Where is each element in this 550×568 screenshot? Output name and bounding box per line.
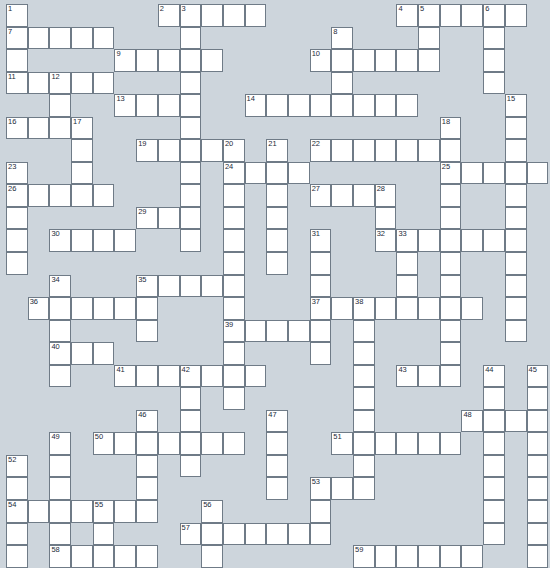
cell-r10c0[interactable] (6, 229, 28, 252)
cell-r0c7[interactable]: 2 (158, 4, 180, 27)
cell-r12c20[interactable] (440, 275, 462, 298)
cell-r6c7[interactable] (158, 139, 180, 162)
cell-r13c5[interactable] (114, 297, 136, 320)
cell-r15c4[interactable] (93, 342, 115, 365)
cell-r10c3[interactable] (71, 229, 93, 252)
cell-r8c17[interactable]: 28 (375, 184, 397, 207)
cell-r3c15[interactable] (331, 72, 353, 95)
cell-r6c9[interactable] (201, 139, 223, 162)
cell-r13c21[interactable] (461, 297, 483, 320)
cell-r8c23[interactable] (505, 184, 527, 207)
cell-r21c15[interactable] (331, 477, 353, 500)
cell-r21c0[interactable] (6, 477, 28, 500)
cell-r23c2[interactable] (49, 523, 71, 546)
cell-r9c7[interactable] (158, 207, 180, 230)
cell-r15c20[interactable] (440, 342, 462, 365)
block-r17c18 (396, 387, 418, 410)
cell-r19c24[interactable] (527, 432, 549, 455)
cell-r8c2[interactable] (49, 184, 71, 207)
cell-r11c10[interactable] (223, 252, 245, 275)
cell-r11c23[interactable] (505, 252, 527, 275)
cell-r23c10[interactable] (223, 523, 245, 546)
cell-r8c15[interactable] (331, 184, 353, 207)
block-r17c15 (331, 387, 353, 410)
cell-r7c11[interactable] (245, 162, 267, 185)
cell-r5c0[interactable]: 16 (6, 117, 28, 140)
cell-r8c3[interactable] (71, 184, 93, 207)
cell-r9c0[interactable] (6, 207, 28, 230)
cell-r7c12[interactable] (266, 162, 288, 185)
cell-r21c22[interactable] (483, 477, 505, 500)
cell-r1c2[interactable] (49, 27, 71, 50)
cell-r20c22[interactable] (483, 455, 505, 478)
cell-r9c6[interactable]: 29 (136, 207, 158, 230)
cell-r24c9[interactable] (201, 545, 223, 568)
cell-r9c10[interactable] (223, 207, 245, 230)
cell-r16c20[interactable] (440, 365, 462, 388)
cell-r10c8[interactable] (180, 229, 202, 252)
cell-r8c20[interactable] (440, 184, 462, 207)
cell-r19c10[interactable] (223, 432, 245, 455)
cell-r7c23[interactable] (505, 162, 527, 185)
cell-r18c6[interactable]: 46 (136, 410, 158, 433)
cell-r20c6[interactable] (136, 455, 158, 478)
cell-r3c4[interactable] (93, 72, 115, 95)
cell-r8c0[interactable]: 26 (6, 184, 28, 207)
cell-r4c6[interactable] (136, 94, 158, 117)
cell-r11c14[interactable] (310, 252, 332, 275)
cell-r16c16[interactable] (353, 365, 375, 388)
cell-r6c16[interactable] (353, 139, 375, 162)
cell-r13c4[interactable] (93, 297, 115, 320)
cell-r3c0[interactable]: 11 (6, 72, 28, 95)
cell-r15c3[interactable] (71, 342, 93, 365)
cell-r6c18[interactable] (396, 139, 418, 162)
cell-r19c12[interactable] (266, 432, 288, 455)
cell-r10c17[interactable]: 32 (375, 229, 397, 252)
cell-r19c20[interactable] (440, 432, 462, 455)
cell-r13c23[interactable] (505, 297, 527, 320)
cell-r10c14[interactable]: 31 (310, 229, 332, 252)
cell-r24c18[interactable] (396, 545, 418, 568)
cell-r10c2[interactable]: 30 (49, 229, 71, 252)
cell-r9c8[interactable] (180, 207, 202, 230)
cell-r23c24[interactable] (527, 523, 549, 546)
cell-r24c6[interactable] (136, 545, 158, 568)
cell-r22c9[interactable]: 56 (201, 500, 223, 523)
cell-r5c1[interactable] (28, 117, 50, 140)
cell-r5c3[interactable]: 17 (71, 117, 93, 140)
block-r12c3 (71, 275, 93, 298)
cell-r24c19[interactable] (418, 545, 440, 568)
cell-r11c0[interactable] (6, 252, 28, 275)
cell-r23c22[interactable] (483, 523, 505, 546)
cell-r14c10[interactable]: 39 (223, 320, 245, 343)
cell-r23c0[interactable] (6, 523, 28, 546)
cell-r13c1[interactable]: 36 (28, 297, 50, 320)
cell-r7c21[interactable] (461, 162, 483, 185)
cell-r5c2[interactable] (49, 117, 71, 140)
cell-r19c19[interactable] (418, 432, 440, 455)
cell-r23c4[interactable] (93, 523, 115, 546)
cell-r8c12[interactable] (266, 184, 288, 207)
clue-number-47: 47 (268, 411, 276, 419)
cell-r16c18[interactable]: 43 (396, 365, 418, 388)
cell-r20c2[interactable] (49, 455, 71, 478)
cell-r10c22[interactable] (483, 229, 505, 252)
cell-r4c11[interactable]: 14 (245, 94, 267, 117)
cell-r14c23[interactable] (505, 320, 527, 343)
cell-r7c20[interactable]: 25 (440, 162, 462, 185)
cell-r4c23[interactable]: 15 (505, 94, 527, 117)
cell-r2c9[interactable] (201, 49, 223, 72)
cell-r0c11[interactable] (245, 4, 267, 27)
cell-r2c14[interactable]: 10 (310, 49, 332, 72)
cell-r14c2[interactable] (49, 320, 71, 343)
cell-r10c19[interactable] (418, 229, 440, 252)
cell-r4c13[interactable] (288, 94, 310, 117)
cell-r19c8[interactable] (180, 432, 202, 455)
cell-r22c5[interactable] (114, 500, 136, 523)
cell-r12c9[interactable] (201, 275, 223, 298)
cell-r18c22[interactable] (483, 410, 505, 433)
block-r24c14 (310, 545, 332, 568)
cell-r13c16[interactable]: 38 (353, 297, 375, 320)
cell-r6c3[interactable] (71, 139, 93, 162)
cell-r7c8[interactable] (180, 162, 202, 185)
cell-r13c6[interactable] (136, 297, 158, 320)
cell-r17c10[interactable] (223, 387, 245, 410)
cell-r1c0[interactable]: 7 (6, 27, 28, 50)
cell-r14c14[interactable] (310, 320, 332, 343)
cell-r4c8[interactable] (180, 94, 202, 117)
cell-r6c6[interactable]: 19 (136, 139, 158, 162)
cell-r1c1[interactable] (28, 27, 50, 50)
cell-r7c13[interactable] (288, 162, 310, 185)
cell-r19c2[interactable]: 49 (49, 432, 71, 455)
cell-r2c17[interactable] (375, 49, 397, 72)
cell-r14c6[interactable] (136, 320, 158, 343)
cell-r23c13[interactable] (288, 523, 310, 546)
block-r10c6 (136, 229, 158, 252)
cell-r19c15[interactable]: 51 (331, 432, 353, 455)
cell-r4c2[interactable] (49, 94, 71, 117)
cell-r18c16[interactable] (353, 410, 375, 433)
cell-r14c13[interactable] (288, 320, 310, 343)
cell-r19c4[interactable]: 50 (93, 432, 115, 455)
cell-r8c16[interactable] (353, 184, 375, 207)
cell-r6c10[interactable]: 20 (223, 139, 245, 162)
cell-r24c5[interactable] (114, 545, 136, 568)
cell-r19c5[interactable] (114, 432, 136, 455)
cell-r10c12[interactable] (266, 229, 288, 252)
cell-r22c22[interactable] (483, 500, 505, 523)
clue-number-51: 51 (333, 433, 341, 441)
cell-r2c15[interactable] (331, 49, 353, 72)
cell-r4c7[interactable] (158, 94, 180, 117)
cell-r15c14[interactable] (310, 342, 332, 365)
cell-r13c15[interactable] (331, 297, 353, 320)
cell-r17c8[interactable] (180, 387, 202, 410)
cell-r20c24[interactable] (527, 455, 549, 478)
cell-r21c6[interactable] (136, 477, 158, 500)
cell-r22c2[interactable] (49, 500, 71, 523)
cell-r13c20[interactable] (440, 297, 462, 320)
cell-r16c10[interactable] (223, 365, 245, 388)
block-r22c11 (245, 500, 267, 523)
cell-r12c6[interactable]: 35 (136, 275, 158, 298)
cell-r3c22[interactable] (483, 72, 505, 95)
cell-r10c18[interactable]: 33 (396, 229, 418, 252)
cell-r21c14[interactable]: 53 (310, 477, 332, 500)
cell-r18c12[interactable]: 47 (266, 410, 288, 433)
cell-r4c15[interactable] (331, 94, 353, 117)
cell-r9c20[interactable] (440, 207, 462, 230)
cell-r2c16[interactable] (353, 49, 375, 72)
cell-r2c0[interactable] (6, 49, 28, 72)
cell-r12c23[interactable] (505, 275, 527, 298)
cell-r15c16[interactable] (353, 342, 375, 365)
cell-r3c2[interactable]: 12 (49, 72, 71, 95)
cell-r3c3[interactable] (71, 72, 93, 95)
cell-r23c14[interactable] (310, 523, 332, 546)
cell-r24c4[interactable] (93, 545, 115, 568)
cell-r13c3[interactable] (71, 297, 93, 320)
cell-r19c6[interactable] (136, 432, 158, 455)
cell-r5c8[interactable] (180, 117, 202, 140)
cell-r2c22[interactable] (483, 49, 505, 72)
cell-r16c9[interactable] (201, 365, 223, 388)
cell-r15c2[interactable]: 40 (49, 342, 71, 365)
cell-r8c4[interactable] (93, 184, 115, 207)
cell-r6c12[interactable]: 21 (266, 139, 288, 162)
cell-r9c17[interactable] (375, 207, 397, 230)
cell-r4c5[interactable]: 13 (114, 94, 136, 117)
cell-r6c20[interactable] (440, 139, 462, 162)
cell-r8c10[interactable] (223, 184, 245, 207)
cell-r1c3[interactable] (71, 27, 93, 50)
cell-r22c6[interactable] (136, 500, 158, 523)
cell-r16c19[interactable] (418, 365, 440, 388)
block-r5c22 (483, 117, 505, 140)
cell-r11c20[interactable] (440, 252, 462, 275)
cell-r16c22[interactable]: 44 (483, 365, 505, 388)
cell-r4c17[interactable] (375, 94, 397, 117)
cell-r24c20[interactable] (440, 545, 462, 568)
cell-r23c9[interactable] (201, 523, 223, 546)
cell-r16c5[interactable]: 41 (114, 365, 136, 388)
cell-r6c15[interactable] (331, 139, 353, 162)
cell-r4c18[interactable] (396, 94, 418, 117)
cell-r17c24[interactable] (527, 387, 549, 410)
cell-r18c8[interactable] (180, 410, 202, 433)
cell-r1c4[interactable] (93, 27, 115, 50)
block-r22c8 (180, 500, 202, 523)
cell-r13c17[interactable] (375, 297, 397, 320)
cell-r22c1[interactable] (28, 500, 50, 523)
cell-r2c19[interactable] (418, 49, 440, 72)
block-r8c6 (136, 184, 158, 207)
cell-r14c12[interactable] (266, 320, 288, 343)
cell-r22c0[interactable]: 54 (6, 500, 28, 523)
cell-r13c19[interactable] (418, 297, 440, 320)
cell-r9c12[interactable] (266, 207, 288, 230)
cell-r19c18[interactable] (396, 432, 418, 455)
cell-r1c15[interactable]: 8 (331, 27, 353, 50)
cell-r20c12[interactable] (266, 455, 288, 478)
cell-r1c22[interactable] (483, 27, 505, 50)
cell-r16c6[interactable] (136, 365, 158, 388)
block-r18c20 (440, 410, 462, 433)
cell-r0c8[interactable]: 3 (180, 4, 202, 27)
cell-r24c2[interactable]: 58 (49, 545, 71, 568)
cell-r19c22[interactable] (483, 432, 505, 455)
cell-r13c14[interactable]: 37 (310, 297, 332, 320)
cell-r11c18[interactable] (396, 252, 418, 275)
cell-r7c22[interactable] (483, 162, 505, 185)
cell-r14c16[interactable] (353, 320, 375, 343)
cell-r0c0[interactable]: 1 (6, 4, 28, 27)
cell-r0c10[interactable] (223, 4, 245, 27)
cell-r16c2[interactable] (49, 365, 71, 388)
block-r21c21 (461, 477, 483, 500)
cell-r19c9[interactable] (201, 432, 223, 455)
cell-r0c20[interactable] (440, 4, 462, 27)
cell-r2c8[interactable] (180, 49, 202, 72)
cell-r23c11[interactable] (245, 523, 267, 546)
cell-r22c4[interactable]: 55 (93, 500, 115, 523)
cell-r10c4[interactable] (93, 229, 115, 252)
cell-r0c22[interactable]: 6 (483, 4, 505, 27)
cell-r24c24[interactable] (527, 545, 549, 568)
cell-r16c11[interactable] (245, 365, 267, 388)
cell-r18c24[interactable] (527, 410, 549, 433)
cell-r21c24[interactable] (527, 477, 549, 500)
cell-r12c7[interactable] (158, 275, 180, 298)
cell-r10c23[interactable] (505, 229, 527, 252)
cell-r2c6[interactable] (136, 49, 158, 72)
cell-r8c8[interactable] (180, 184, 202, 207)
cell-r12c10[interactable] (223, 275, 245, 298)
block-r1c5 (114, 27, 136, 50)
cell-r2c5[interactable]: 9 (114, 49, 136, 72)
cell-r24c3[interactable] (71, 545, 93, 568)
cell-r4c12[interactable] (266, 94, 288, 117)
cell-r18c23[interactable] (505, 410, 527, 433)
cell-r24c0[interactable] (6, 545, 28, 568)
cell-r13c10[interactable] (223, 297, 245, 320)
cell-r4c14[interactable] (310, 94, 332, 117)
cell-r10c5[interactable] (114, 229, 136, 252)
cell-r17c16[interactable] (353, 387, 375, 410)
cell-r4c16[interactable] (353, 94, 375, 117)
cell-r13c2[interactable] (49, 297, 71, 320)
block-r14c15 (331, 320, 353, 343)
cell-r24c21[interactable] (461, 545, 483, 568)
cell-r10c21[interactable] (461, 229, 483, 252)
cell-r0c18[interactable]: 4 (396, 4, 418, 27)
cell-r16c24[interactable]: 45 (527, 365, 549, 388)
block-r6c21 (461, 139, 483, 162)
clue-number-55: 55 (95, 501, 103, 509)
cell-r0c23[interactable] (505, 4, 527, 27)
cell-r17c22[interactable] (483, 387, 505, 410)
cell-r0c9[interactable] (201, 4, 223, 27)
cell-r6c14[interactable]: 22 (310, 139, 332, 162)
cell-r3c1[interactable] (28, 72, 50, 95)
cell-r0c21[interactable] (461, 4, 483, 27)
cell-r21c16[interactable] (353, 477, 375, 500)
cell-r12c2[interactable]: 34 (49, 275, 71, 298)
cell-r24c17[interactable] (375, 545, 397, 568)
cell-r18c21[interactable]: 48 (461, 410, 483, 433)
cell-r7c3[interactable] (71, 162, 93, 185)
cell-r6c17[interactable] (375, 139, 397, 162)
cell-r23c8[interactable]: 57 (180, 523, 202, 546)
cell-r6c23[interactable] (505, 139, 527, 162)
cell-r16c7[interactable] (158, 365, 180, 388)
cell-r15c10[interactable] (223, 342, 245, 365)
cell-r19c16[interactable] (353, 432, 375, 455)
cell-r5c20[interactable]: 18 (440, 117, 462, 140)
cell-r1c19[interactable] (418, 27, 440, 50)
cell-r7c0[interactable]: 23 (6, 162, 28, 185)
cell-r3c8[interactable] (180, 72, 202, 95)
block-r8c5 (114, 184, 136, 207)
cell-r2c7[interactable] (158, 49, 180, 72)
cell-r19c17[interactable] (375, 432, 397, 455)
cell-r10c10[interactable] (223, 229, 245, 252)
cell-r22c14[interactable] (310, 500, 332, 523)
cell-r5c23[interactable] (505, 117, 527, 140)
cell-r6c8[interactable] (180, 139, 202, 162)
block-r12c16 (353, 275, 375, 298)
cell-r21c2[interactable] (49, 477, 71, 500)
cell-r13c18[interactable] (396, 297, 418, 320)
cell-r22c3[interactable] (71, 500, 93, 523)
cell-r21c12[interactable] (266, 477, 288, 500)
cell-r20c16[interactable] (353, 455, 375, 478)
cell-r24c16[interactable]: 59 (353, 545, 375, 568)
cell-r8c14[interactable]: 27 (310, 184, 332, 207)
cell-r11c12[interactable] (266, 252, 288, 275)
block-r0c15 (331, 4, 353, 27)
cell-r9c23[interactable] (505, 207, 527, 230)
cell-r22c24[interactable] (527, 500, 549, 523)
cell-r6c19[interactable] (418, 139, 440, 162)
cell-r8c1[interactable] (28, 184, 50, 207)
cell-r20c0[interactable]: 52 (6, 455, 28, 478)
cell-r23c12[interactable] (266, 523, 288, 546)
clue-number-9: 9 (116, 50, 120, 58)
cell-r16c8[interactable]: 42 (180, 365, 202, 388)
clue-number-48: 48 (463, 411, 471, 419)
cell-r7c10[interactable]: 24 (223, 162, 245, 185)
cell-r2c18[interactable] (396, 49, 418, 72)
cell-r7c24[interactable] (527, 162, 549, 185)
cell-r12c14[interactable] (310, 275, 332, 298)
cell-r1c8[interactable] (180, 27, 202, 50)
cell-r20c8[interactable] (180, 455, 202, 478)
block-r6c24 (527, 139, 549, 162)
cell-r10c20[interactable] (440, 229, 462, 252)
cell-r14c20[interactable] (440, 320, 462, 343)
cell-r14c11[interactable] (245, 320, 267, 343)
cell-r0c19[interactable]: 5 (418, 4, 440, 27)
cell-r12c18[interactable] (396, 275, 418, 298)
cell-r19c7[interactable] (158, 432, 180, 455)
cell-r12c8[interactable] (180, 275, 202, 298)
